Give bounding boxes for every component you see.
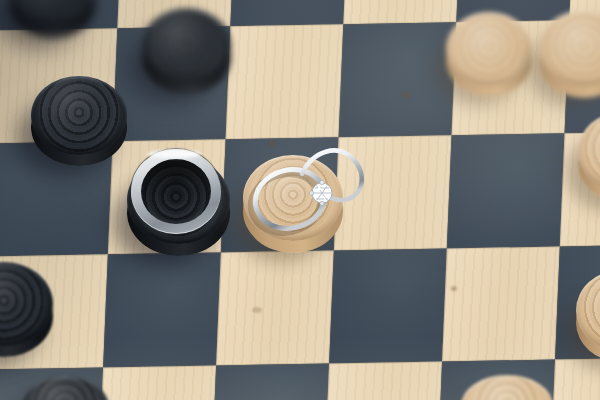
black-checker-A3	[0, 262, 53, 357]
black-checker-A0	[10, 0, 96, 38]
wood-knot	[451, 286, 457, 291]
black-checker-B1	[142, 8, 231, 94]
engagement-ring	[225, 125, 385, 245]
checkers-board-photo	[0, 0, 600, 400]
black-checker-A4	[21, 376, 109, 400]
square-c3-r3	[329, 248, 447, 363]
checker-top	[31, 76, 127, 155]
checker-top	[461, 375, 553, 400]
square-c3-r4	[324, 362, 442, 400]
checker-recess-in-band	[141, 159, 211, 224]
square-c2-r0	[230, 0, 349, 26]
wood-knot	[403, 92, 410, 98]
square-c5-r4	[550, 358, 600, 400]
square-c4-r2	[447, 133, 565, 248]
wood-checker-F3	[576, 270, 600, 362]
square-c2-r1	[226, 24, 344, 139]
wood-knot	[548, 158, 553, 162]
square-c4-r3	[442, 246, 560, 361]
mens-wedding-band	[131, 149, 221, 234]
checker-top	[446, 12, 532, 86]
wood-knot	[252, 307, 262, 313]
checker-top	[21, 376, 109, 400]
wood-checker-E1	[446, 12, 532, 96]
square-c3-r0	[343, 0, 462, 24]
square-c1-r4	[98, 365, 216, 400]
wood-checker-F1	[539, 10, 600, 98]
black-checker-A1	[31, 76, 127, 166]
checker-top	[142, 8, 231, 84]
square-c3-r1	[339, 22, 457, 137]
wood-checker-F2	[578, 112, 600, 202]
square-c2-r3	[216, 250, 334, 365]
wood-checker-E4	[461, 375, 553, 400]
square-c2-r4	[211, 364, 329, 400]
square-c1-r3	[103, 252, 221, 367]
